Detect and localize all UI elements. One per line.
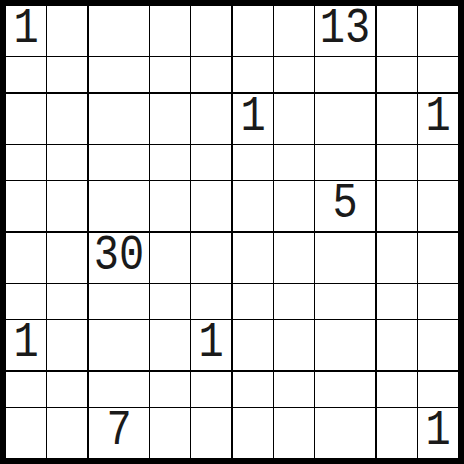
cell-r8-c1[interactable] <box>47 372 87 407</box>
cell-r3-c5[interactable] <box>233 145 273 180</box>
cell-r4-c1[interactable] <box>47 181 87 231</box>
cell-r0-c0[interactable]: 1 <box>6 6 46 56</box>
clue-number: 7 <box>106 406 131 456</box>
cell-r0-c3[interactable] <box>150 6 190 56</box>
cell-r3-c9[interactable] <box>418 145 458 180</box>
cell-r3-c4[interactable] <box>191 145 231 180</box>
cell-r4-c7[interactable]: 5 <box>315 181 375 231</box>
cell-r6-c8[interactable] <box>377 284 417 319</box>
cell-r3-c1[interactable] <box>47 145 87 180</box>
cell-r0-c4[interactable] <box>191 6 231 56</box>
cell-r9-c0[interactable] <box>6 408 46 458</box>
cell-r2-c5[interactable]: 1 <box>233 94 273 144</box>
cell-r5-c0[interactable] <box>6 233 46 283</box>
cell-r1-c2[interactable] <box>89 57 149 92</box>
cell-r5-c9[interactable] <box>418 233 458 283</box>
cell-r9-c2[interactable]: 7 <box>89 408 149 458</box>
cell-r1-c5[interactable] <box>233 57 273 92</box>
cell-r8-c8[interactable] <box>377 372 417 407</box>
cell-r8-c2[interactable] <box>89 372 149 407</box>
clue-number: 1 <box>199 318 224 368</box>
cell-r3-c6[interactable] <box>274 145 314 180</box>
cell-r6-c2[interactable] <box>89 284 149 319</box>
cell-r1-c1[interactable] <box>47 57 87 92</box>
cell-r8-c7[interactable] <box>315 372 375 407</box>
cell-r5-c4[interactable] <box>191 233 231 283</box>
cell-r0-c8[interactable] <box>377 6 417 56</box>
cell-r9-c9[interactable]: 1 <box>418 408 458 458</box>
cell-r8-c0[interactable] <box>6 372 46 407</box>
puzzle-board: 113115301171 <box>0 0 464 464</box>
cell-r7-c2[interactable] <box>89 320 149 370</box>
cell-r6-c1[interactable] <box>47 284 87 319</box>
clue-number: 1 <box>13 4 38 54</box>
cell-r3-c2[interactable] <box>89 145 149 180</box>
cell-r2-c2[interactable] <box>89 94 149 144</box>
cell-r1-c4[interactable] <box>191 57 231 92</box>
cell-r6-c3[interactable] <box>150 284 190 319</box>
cell-r5-c8[interactable] <box>377 233 417 283</box>
cell-r1-c9[interactable] <box>418 57 458 92</box>
clue-number: 30 <box>93 231 143 281</box>
cell-r5-c2[interactable]: 30 <box>89 233 149 283</box>
cell-r0-c7[interactable]: 13 <box>315 6 375 56</box>
cell-r4-c9[interactable] <box>418 181 458 231</box>
cell-r2-c9[interactable]: 1 <box>418 94 458 144</box>
cell-r9-c8[interactable] <box>377 408 417 458</box>
cell-r7-c5[interactable] <box>233 320 273 370</box>
cell-r7-c9[interactable] <box>418 320 458 370</box>
cell-r2-c8[interactable] <box>377 94 417 144</box>
cell-r8-c9[interactable] <box>418 372 458 407</box>
cell-r8-c4[interactable] <box>191 372 231 407</box>
cell-r3-c3[interactable] <box>150 145 190 180</box>
clue-number: 13 <box>320 4 370 54</box>
clue-number: 5 <box>333 179 358 229</box>
cell-r9-c5[interactable] <box>233 408 273 458</box>
clue-number: 1 <box>425 406 450 456</box>
cell-r1-c8[interactable] <box>377 57 417 92</box>
cell-r2-c4[interactable] <box>191 94 231 144</box>
cell-r4-c3[interactable] <box>150 181 190 231</box>
cell-r3-c0[interactable] <box>6 145 46 180</box>
cell-r7-c6[interactable] <box>274 320 314 370</box>
cell-r6-c9[interactable] <box>418 284 458 319</box>
cell-r9-c1[interactable] <box>47 408 87 458</box>
cell-r7-c1[interactable] <box>47 320 87 370</box>
cell-r1-c0[interactable] <box>6 57 46 92</box>
clue-number: 1 <box>13 318 38 368</box>
cell-r6-c4[interactable] <box>191 284 231 319</box>
cell-r7-c0[interactable]: 1 <box>6 320 46 370</box>
cell-r5-c7[interactable] <box>315 233 375 283</box>
cell-r0-c5[interactable] <box>233 6 273 56</box>
cell-r5-c3[interactable] <box>150 233 190 283</box>
cell-r3-c7[interactable] <box>315 145 375 180</box>
cell-r7-c8[interactable] <box>377 320 417 370</box>
cell-r1-c3[interactable] <box>150 57 190 92</box>
cell-r1-c6[interactable] <box>274 57 314 92</box>
cell-r4-c8[interactable] <box>377 181 417 231</box>
cell-r0-c6[interactable] <box>274 6 314 56</box>
cell-r9-c7[interactable] <box>315 408 375 458</box>
cell-r7-c3[interactable] <box>150 320 190 370</box>
cell-r8-c6[interactable] <box>274 372 314 407</box>
cell-r0-c1[interactable] <box>47 6 87 56</box>
cell-r2-c3[interactable] <box>150 94 190 144</box>
cell-r4-c0[interactable] <box>6 181 46 231</box>
cell-r5-c1[interactable] <box>47 233 87 283</box>
cell-r0-c2[interactable] <box>89 6 149 56</box>
cell-r9-c3[interactable] <box>150 408 190 458</box>
cell-r5-c5[interactable] <box>233 233 273 283</box>
cell-r6-c6[interactable] <box>274 284 314 319</box>
cell-r6-c0[interactable] <box>6 284 46 319</box>
cell-r2-c0[interactable] <box>6 94 46 144</box>
cell-r8-c5[interactable] <box>233 372 273 407</box>
cell-r5-c6[interactable] <box>274 233 314 283</box>
cell-r1-c7[interactable] <box>315 57 375 92</box>
cell-r0-c9[interactable] <box>418 6 458 56</box>
cell-r6-c5[interactable] <box>233 284 273 319</box>
cell-r7-c4[interactable]: 1 <box>191 320 231 370</box>
cell-r8-c3[interactable] <box>150 372 190 407</box>
cell-r9-c4[interactable] <box>191 408 231 458</box>
cell-r4-c2[interactable] <box>89 181 149 231</box>
cell-r4-c6[interactable] <box>274 181 314 231</box>
clue-number: 1 <box>425 92 450 142</box>
cell-r9-c6[interactable] <box>274 408 314 458</box>
cell-r2-c1[interactable] <box>47 94 87 144</box>
cell-r4-c5[interactable] <box>233 181 273 231</box>
cell-r7-c7[interactable] <box>315 320 375 370</box>
cell-r3-c8[interactable] <box>377 145 417 180</box>
cell-r2-c6[interactable] <box>274 94 314 144</box>
cell-r2-c7[interactable] <box>315 94 375 144</box>
cell-r4-c4[interactable] <box>191 181 231 231</box>
cell-r6-c7[interactable] <box>315 284 375 319</box>
clue-number: 1 <box>240 92 265 142</box>
